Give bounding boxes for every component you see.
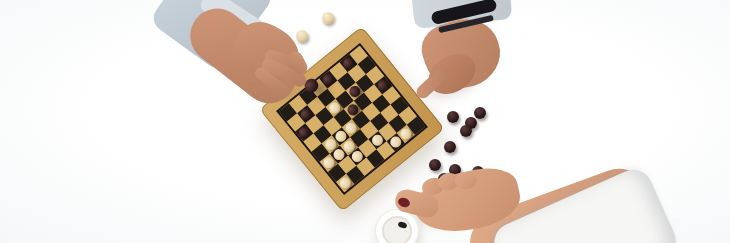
captured-light-piece [296,30,308,42]
captured-dark-piece [460,125,472,137]
captured-dark-piece [447,111,459,123]
captured-dark-piece [429,159,441,171]
photo-scene [0,0,730,243]
captured-light-piece [322,12,334,24]
captured-dark-piece [444,141,456,153]
coffee-cup-lid [382,216,412,243]
captured-dark-piece [474,107,486,119]
